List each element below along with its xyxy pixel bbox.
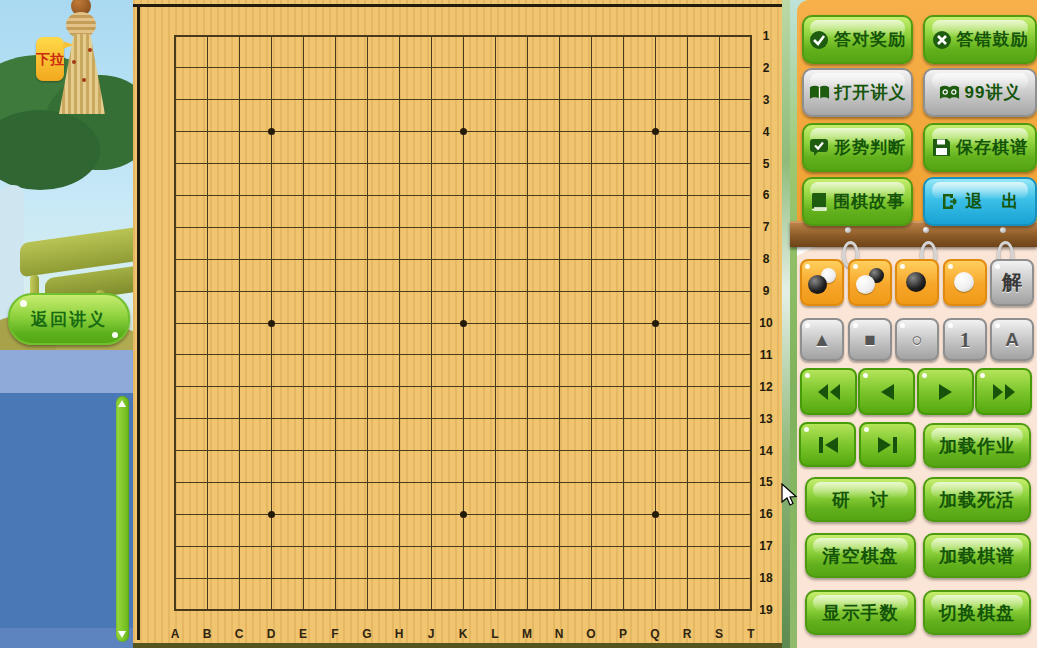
grid-line	[687, 35, 688, 611]
column-label: D	[262, 627, 280, 641]
column-label: F	[326, 627, 344, 641]
grid-line	[719, 35, 720, 611]
pull-down-tassel[interactable]	[58, 0, 106, 120]
fast-forward-button[interactable]	[975, 368, 1032, 415]
mouse-cursor	[781, 483, 798, 507]
row-label: 10	[753, 316, 779, 330]
grid-line	[495, 35, 496, 611]
button-label: 围棋故事	[833, 190, 905, 213]
column-label: L	[486, 627, 504, 641]
marker-letter-button[interactable]: A	[990, 318, 1034, 361]
first-move-icon	[816, 435, 840, 455]
star-point	[652, 320, 659, 327]
button-label: 加载棋谱	[939, 544, 1015, 568]
lecture-99-button[interactable]: 99讲义	[923, 68, 1037, 117]
button-label: 研 讨	[832, 488, 889, 512]
scroll-down-icon[interactable]	[118, 631, 126, 638]
board-edge-left	[137, 4, 140, 640]
row-label: 14	[753, 444, 779, 458]
button-label: 切换棋盘	[939, 601, 1015, 625]
column-label: S	[710, 627, 728, 641]
save-kifu-button[interactable]: 保存棋谱	[923, 123, 1037, 172]
row-label: 2	[753, 61, 779, 75]
star-point	[268, 128, 275, 135]
fast-rewind-button[interactable]	[800, 368, 857, 415]
row-label: 8	[753, 252, 779, 266]
grid-line	[174, 609, 752, 611]
row-label: 13	[753, 412, 779, 426]
load-kifu-button[interactable]: 加载棋谱	[923, 533, 1031, 578]
letter-a-icon: A	[1005, 329, 1019, 351]
scrollbar[interactable]	[116, 396, 129, 642]
star-point	[652, 128, 659, 135]
left-sidebar: 下拉 返回讲义	[0, 0, 133, 648]
column-label: A	[166, 627, 184, 641]
switch-board-button[interactable]: 切换棋盘	[923, 590, 1031, 635]
row-label: 19	[753, 603, 779, 617]
button-label: 显示手数	[823, 601, 899, 625]
fast-rewind-icon	[816, 382, 842, 402]
glasses-book-icon	[939, 84, 960, 102]
load-homework-button[interactable]: 加载作业	[923, 423, 1031, 468]
encourage-wrong-button[interactable]: 答错鼓励	[923, 15, 1037, 64]
button-label: 保存棋谱	[956, 136, 1028, 159]
square-icon: ■	[864, 329, 875, 351]
button-label: 打开讲义	[835, 81, 907, 104]
info-panel	[0, 350, 133, 648]
open-book-icon	[809, 84, 830, 102]
pull-down-bubble: 下拉	[36, 37, 64, 81]
go-board[interactable]: ABCDEFGHJKLMNOPQRST123456789101112131415…	[133, 0, 782, 648]
grid-line	[174, 354, 752, 355]
x-circle-icon	[932, 30, 952, 50]
step-forward-button[interactable]	[917, 368, 974, 415]
star-point	[268, 320, 275, 327]
column-label: P	[614, 627, 632, 641]
row-label: 15	[753, 475, 779, 489]
last-move-icon	[876, 435, 900, 455]
button-label: 清空棋盘	[823, 544, 899, 568]
right-sidebar: 答对奖励 答错鼓励 打开讲义 99讲义 形势判断 保存棋谱	[790, 0, 1037, 648]
button-label: 答错鼓励	[957, 28, 1029, 51]
button-label: 加载死活	[939, 488, 1015, 512]
column-label: N	[550, 627, 568, 641]
column-label: O	[582, 627, 600, 641]
judge-position-button[interactable]: 形势判断	[802, 123, 913, 172]
column-label: M	[518, 627, 536, 641]
reward-correct-button[interactable]: 答对奖励	[802, 15, 913, 64]
white-stone-icon	[954, 272, 974, 292]
grid-line	[174, 418, 752, 419]
step-back-icon	[878, 382, 896, 402]
column-label: H	[390, 627, 408, 641]
row-label: 17	[753, 539, 779, 553]
return-button-label: 返回讲义	[31, 308, 107, 331]
book-icon	[810, 192, 828, 211]
load-tsumego-button[interactable]: 加载死活	[923, 477, 1031, 522]
row-label: 7	[753, 220, 779, 234]
board-edge-top	[133, 4, 782, 7]
button-label: 99讲义	[965, 81, 1022, 104]
row-label: 3	[753, 93, 779, 107]
step-forward-icon	[937, 382, 955, 402]
column-label: K	[454, 627, 472, 641]
row-label: 9	[753, 284, 779, 298]
row-label: 4	[753, 125, 779, 139]
marker-square-button[interactable]: ■	[848, 318, 892, 361]
number-1-icon: 1	[960, 327, 971, 353]
column-label: Q	[646, 627, 664, 641]
star-point	[460, 511, 467, 518]
grid-line	[174, 578, 752, 579]
white-stone-icon	[856, 275, 875, 294]
bubble-check-icon	[809, 138, 829, 157]
clear-board-button[interactable]: 清空棋盘	[805, 533, 916, 578]
step-back-button[interactable]	[858, 368, 915, 415]
grid-line	[174, 482, 752, 483]
show-move-numbers-button[interactable]: 显示手数	[805, 590, 916, 635]
check-circle-icon	[809, 30, 829, 50]
column-label: G	[358, 627, 376, 641]
board-edge-bottom	[133, 643, 782, 648]
marker-circle-button[interactable]: ○	[895, 318, 939, 361]
grid-line	[750, 35, 752, 611]
row-label: 6	[753, 188, 779, 202]
exit-door-icon	[941, 192, 961, 211]
column-label: J	[422, 627, 440, 641]
column-label: R	[678, 627, 696, 641]
star-point	[460, 320, 467, 327]
grid-line	[174, 546, 752, 547]
row-label: 12	[753, 380, 779, 394]
row-label: 11	[753, 348, 779, 362]
pull-down-label: 下拉	[36, 51, 64, 67]
button-label: 退 出	[966, 190, 1020, 213]
mode-black-stone-button[interactable]	[895, 259, 939, 306]
marker-triangle-button[interactable]: ▲	[800, 318, 844, 361]
grid-line	[623, 35, 624, 611]
last-move-button[interactable]	[859, 422, 916, 467]
star-point	[652, 511, 659, 518]
fast-forward-icon	[991, 382, 1017, 402]
solve-label: 解	[1002, 269, 1022, 296]
column-label: B	[198, 627, 216, 641]
background-sliver	[782, 0, 790, 648]
black-stone-icon	[906, 272, 926, 292]
button-label: 形势判断	[834, 136, 906, 159]
info-panel-footer	[0, 628, 133, 648]
row-label: 1	[753, 29, 779, 43]
grid-line	[527, 35, 528, 611]
marker-number-button[interactable]: 1	[943, 318, 987, 361]
mode-white-black-alternate-button[interactable]	[848, 259, 892, 306]
go-story-button[interactable]: 围棋故事	[802, 177, 913, 226]
open-lecture-button[interactable]: 打开讲义	[802, 68, 913, 117]
exit-button[interactable]: 退 出	[923, 177, 1037, 226]
triangle-icon: ▲	[813, 329, 832, 351]
grid-line	[591, 35, 592, 611]
grid-line	[559, 35, 560, 611]
star-point	[268, 511, 275, 518]
mode-white-stone-button[interactable]	[943, 259, 987, 306]
star-point	[460, 128, 467, 135]
row-label: 18	[753, 571, 779, 585]
black-stone-icon	[808, 275, 827, 294]
circle-icon: ○	[911, 329, 922, 351]
floppy-disk-icon	[932, 138, 951, 157]
row-label: 16	[753, 507, 779, 521]
column-label: C	[230, 627, 248, 641]
return-to-lecture-button[interactable]: 返回讲义	[8, 293, 130, 345]
column-label: E	[294, 627, 312, 641]
grid-line	[174, 386, 752, 387]
first-move-button[interactable]	[799, 422, 856, 467]
mode-black-white-alternate-button[interactable]	[800, 259, 844, 306]
research-button[interactable]: 研 讨	[805, 477, 916, 522]
grid-line	[174, 450, 752, 451]
scroll-up-icon[interactable]	[118, 400, 126, 407]
column-label: T	[742, 627, 760, 641]
solve-button[interactable]: 解	[990, 259, 1034, 306]
info-panel-header	[0, 350, 133, 393]
button-label: 答对奖励	[834, 28, 906, 51]
board-area: ABCDEFGHJKLMNOPQRST123456789101112131415…	[133, 0, 790, 648]
button-label: 加载作业	[939, 434, 1015, 458]
row-label: 5	[753, 157, 779, 171]
